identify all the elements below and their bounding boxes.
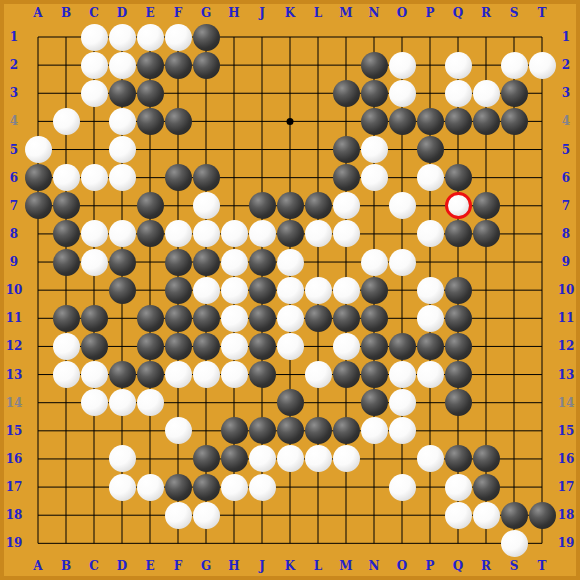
- stone-black-L15: [305, 417, 332, 444]
- stone-black-F10: [165, 277, 192, 304]
- col-label-top-S: S: [502, 5, 526, 21]
- col-label-top-N: N: [362, 5, 386, 21]
- stone-black-K14: [277, 389, 304, 416]
- stone-white-P16: [417, 445, 444, 472]
- stone-white-D4: [109, 108, 136, 135]
- stone-white-F1: [165, 24, 192, 51]
- col-label-top-D: D: [110, 5, 134, 21]
- col-label-top-J: J: [250, 5, 274, 21]
- stone-white-J17: [249, 474, 276, 501]
- stone-black-B11: [53, 305, 80, 332]
- stone-white-O9: [389, 249, 416, 276]
- stone-black-J11: [249, 305, 276, 332]
- col-label-top-P: P: [418, 5, 442, 21]
- stone-black-Q14: [445, 389, 472, 416]
- stone-white-L10: [305, 277, 332, 304]
- col-label-top-E: E: [138, 5, 162, 21]
- row-label-right-12: 12: [554, 338, 578, 354]
- col-label-top-A: A: [26, 5, 50, 21]
- stone-white-F18: [165, 502, 192, 529]
- stone-black-N2: [361, 52, 388, 79]
- stone-white-F8: [165, 220, 192, 247]
- row-label-right-3: 3: [554, 85, 578, 101]
- stone-black-G2: [193, 52, 220, 79]
- col-label-top-H: H: [222, 5, 246, 21]
- stone-black-J9: [249, 249, 276, 276]
- stone-white-Q2: [445, 52, 472, 79]
- stone-black-C11: [81, 305, 108, 332]
- stone-white-L16: [305, 445, 332, 472]
- stone-black-Q11: [445, 305, 472, 332]
- stone-white-H11: [221, 305, 248, 332]
- stone-white-K16: [277, 445, 304, 472]
- stone-black-R16: [473, 445, 500, 472]
- row-label-left-11: 11: [2, 310, 26, 326]
- stone-black-C12: [81, 333, 108, 360]
- row-label-left-10: 10: [2, 282, 26, 298]
- stone-black-F2: [165, 52, 192, 79]
- stone-black-O4: [389, 108, 416, 135]
- stone-black-A7: [25, 192, 52, 219]
- row-label-right-1: 1: [554, 29, 578, 45]
- stone-white-J8: [249, 220, 276, 247]
- stone-white-O17: [389, 474, 416, 501]
- stone-white-O13: [389, 361, 416, 388]
- col-label-bottom-P: P: [418, 558, 442, 574]
- stone-black-Q10: [445, 277, 472, 304]
- stone-white-D6: [109, 164, 136, 191]
- row-label-right-6: 6: [554, 170, 578, 186]
- stone-white-L13: [305, 361, 332, 388]
- stone-black-K15: [277, 417, 304, 444]
- col-label-top-M: M: [334, 5, 358, 21]
- row-label-right-14: 14: [554, 395, 578, 411]
- col-label-bottom-L: L: [306, 558, 330, 574]
- stone-black-K8: [277, 220, 304, 247]
- row-label-left-6: 6: [2, 170, 26, 186]
- stone-white-N6: [361, 164, 388, 191]
- stone-black-N4: [361, 108, 388, 135]
- stone-white-C14: [81, 389, 108, 416]
- stone-white-D2: [109, 52, 136, 79]
- stone-black-G11: [193, 305, 220, 332]
- col-label-bottom-T: T: [530, 558, 554, 574]
- stone-black-T18: [529, 502, 556, 529]
- row-label-right-16: 16: [554, 451, 578, 467]
- row-label-right-11: 11: [554, 310, 578, 326]
- stone-black-E11: [137, 305, 164, 332]
- stone-white-K12: [277, 333, 304, 360]
- stone-black-F6: [165, 164, 192, 191]
- row-label-left-13: 13: [2, 367, 26, 383]
- row-label-left-7: 7: [2, 198, 26, 214]
- stone-black-M15: [333, 417, 360, 444]
- stone-black-E13: [137, 361, 164, 388]
- stone-black-N14: [361, 389, 388, 416]
- stone-white-S2: [501, 52, 528, 79]
- stone-white-R3: [473, 80, 500, 107]
- row-label-right-9: 9: [554, 254, 578, 270]
- stone-white-C3: [81, 80, 108, 107]
- stone-white-S19: [501, 530, 528, 557]
- col-label-bottom-H: H: [222, 558, 246, 574]
- row-label-left-16: 16: [2, 451, 26, 467]
- stone-black-G16: [193, 445, 220, 472]
- col-label-bottom-R: R: [474, 558, 498, 574]
- col-label-bottom-C: C: [82, 558, 106, 574]
- stone-black-B9: [53, 249, 80, 276]
- col-label-bottom-K: K: [278, 558, 302, 574]
- stone-black-P5: [417, 136, 444, 163]
- stone-white-G18: [193, 502, 220, 529]
- stone-black-N13: [361, 361, 388, 388]
- row-label-left-8: 8: [2, 226, 26, 242]
- stone-black-E7: [137, 192, 164, 219]
- row-label-left-5: 5: [2, 142, 26, 158]
- stone-white-P11: [417, 305, 444, 332]
- stone-black-E2: [137, 52, 164, 79]
- stone-white-N5: [361, 136, 388, 163]
- stone-black-J12: [249, 333, 276, 360]
- marked-stone-white-Q7: [445, 192, 472, 219]
- stone-white-B13: [53, 361, 80, 388]
- stone-black-B8: [53, 220, 80, 247]
- row-label-left-15: 15: [2, 423, 26, 439]
- col-label-top-R: R: [474, 5, 498, 21]
- stone-white-B12: [53, 333, 80, 360]
- stone-white-D16: [109, 445, 136, 472]
- stone-black-F4: [165, 108, 192, 135]
- stone-black-D10: [109, 277, 136, 304]
- row-label-right-8: 8: [554, 226, 578, 242]
- row-label-left-18: 18: [2, 507, 26, 523]
- stone-black-Q13: [445, 361, 472, 388]
- stone-black-H16: [221, 445, 248, 472]
- stone-white-O3: [389, 80, 416, 107]
- stone-black-E4: [137, 108, 164, 135]
- col-label-top-F: F: [166, 5, 190, 21]
- stone-black-G17: [193, 474, 220, 501]
- stone-black-G6: [193, 164, 220, 191]
- goban[interactable]: AABBCCDDEEFFGGHHJJKKLLMMNNOOPPQQRRSSTT11…: [0, 0, 580, 580]
- col-label-top-C: C: [82, 5, 106, 21]
- row-label-right-19: 19: [554, 535, 578, 551]
- stone-black-F11: [165, 305, 192, 332]
- stone-black-N10: [361, 277, 388, 304]
- stone-white-B6: [53, 164, 80, 191]
- row-label-right-10: 10: [554, 282, 578, 298]
- stone-white-O2: [389, 52, 416, 79]
- stone-white-C6: [81, 164, 108, 191]
- row-label-right-17: 17: [554, 479, 578, 495]
- stone-black-G12: [193, 333, 220, 360]
- stone-black-B7: [53, 192, 80, 219]
- stone-black-M3: [333, 80, 360, 107]
- stone-black-P4: [417, 108, 444, 135]
- row-label-left-3: 3: [2, 85, 26, 101]
- row-label-right-18: 18: [554, 507, 578, 523]
- stone-black-L11: [305, 305, 332, 332]
- col-label-top-Q: Q: [446, 5, 470, 21]
- stone-black-J15: [249, 417, 276, 444]
- star-point: [287, 118, 294, 125]
- stone-black-M13: [333, 361, 360, 388]
- col-label-top-O: O: [390, 5, 414, 21]
- stone-black-F9: [165, 249, 192, 276]
- stone-black-P12: [417, 333, 444, 360]
- stone-black-M11: [333, 305, 360, 332]
- row-label-left-12: 12: [2, 338, 26, 354]
- stone-black-F12: [165, 333, 192, 360]
- col-label-bottom-E: E: [138, 558, 162, 574]
- stone-white-H13: [221, 361, 248, 388]
- stone-white-B4: [53, 108, 80, 135]
- stone-white-P8: [417, 220, 444, 247]
- stone-black-O12: [389, 333, 416, 360]
- stone-white-H17: [221, 474, 248, 501]
- stone-white-H8: [221, 220, 248, 247]
- stone-black-R17: [473, 474, 500, 501]
- stone-black-M5: [333, 136, 360, 163]
- stone-black-H15: [221, 417, 248, 444]
- stone-black-R8: [473, 220, 500, 247]
- stone-black-E3: [137, 80, 164, 107]
- stone-white-C1: [81, 24, 108, 51]
- stone-white-C13: [81, 361, 108, 388]
- stone-white-L8: [305, 220, 332, 247]
- stone-black-G1: [193, 24, 220, 51]
- col-label-top-T: T: [530, 5, 554, 21]
- col-label-top-L: L: [306, 5, 330, 21]
- stone-white-E1: [137, 24, 164, 51]
- col-label-bottom-N: N: [362, 558, 386, 574]
- stone-white-K10: [277, 277, 304, 304]
- stone-black-K7: [277, 192, 304, 219]
- col-label-bottom-F: F: [166, 558, 190, 574]
- row-label-right-7: 7: [554, 198, 578, 214]
- stone-black-S18: [501, 502, 528, 529]
- stone-black-Q6: [445, 164, 472, 191]
- row-label-left-17: 17: [2, 479, 26, 495]
- stone-white-G10: [193, 277, 220, 304]
- stone-white-G13: [193, 361, 220, 388]
- col-label-bottom-S: S: [502, 558, 526, 574]
- stone-white-Q3: [445, 80, 472, 107]
- stone-white-F13: [165, 361, 192, 388]
- col-label-bottom-Q: Q: [446, 558, 470, 574]
- row-label-right-5: 5: [554, 142, 578, 158]
- stone-white-P13: [417, 361, 444, 388]
- stone-white-D5: [109, 136, 136, 163]
- col-label-top-K: K: [278, 5, 302, 21]
- stone-white-M10: [333, 277, 360, 304]
- stone-white-O7: [389, 192, 416, 219]
- stone-white-P10: [417, 277, 444, 304]
- stone-black-D13: [109, 361, 136, 388]
- col-label-bottom-D: D: [110, 558, 134, 574]
- stone-white-N9: [361, 249, 388, 276]
- stone-black-S4: [501, 108, 528, 135]
- stone-white-R18: [473, 502, 500, 529]
- row-label-left-9: 9: [2, 254, 26, 270]
- stone-white-D14: [109, 389, 136, 416]
- stone-white-H10: [221, 277, 248, 304]
- stone-black-D3: [109, 80, 136, 107]
- stone-white-H9: [221, 249, 248, 276]
- stone-white-T2: [529, 52, 556, 79]
- stone-white-E14: [137, 389, 164, 416]
- stone-white-H12: [221, 333, 248, 360]
- stone-white-E17: [137, 474, 164, 501]
- col-label-bottom-M: M: [334, 558, 358, 574]
- stone-white-M7: [333, 192, 360, 219]
- row-label-left-14: 14: [2, 395, 26, 411]
- row-label-right-2: 2: [554, 57, 578, 73]
- stone-white-K9: [277, 249, 304, 276]
- stone-white-M8: [333, 220, 360, 247]
- row-label-left-19: 19: [2, 535, 26, 551]
- col-label-bottom-J: J: [250, 558, 274, 574]
- stone-white-A5: [25, 136, 52, 163]
- stone-black-J7: [249, 192, 276, 219]
- row-label-left-4: 4: [2, 113, 26, 129]
- stone-black-S3: [501, 80, 528, 107]
- stone-black-N11: [361, 305, 388, 332]
- row-label-left-1: 1: [2, 29, 26, 45]
- stone-white-C9: [81, 249, 108, 276]
- stone-white-D8: [109, 220, 136, 247]
- stone-white-G7: [193, 192, 220, 219]
- row-label-right-15: 15: [554, 423, 578, 439]
- row-label-right-13: 13: [554, 367, 578, 383]
- stone-black-A6: [25, 164, 52, 191]
- stone-black-E12: [137, 333, 164, 360]
- stone-white-F15: [165, 417, 192, 444]
- stone-black-Q16: [445, 445, 472, 472]
- col-label-bottom-O: O: [390, 558, 414, 574]
- col-label-bottom-A: A: [26, 558, 50, 574]
- stone-white-Q18: [445, 502, 472, 529]
- col-label-bottom-G: G: [194, 558, 218, 574]
- stone-black-R7: [473, 192, 500, 219]
- stone-black-R4: [473, 108, 500, 135]
- stone-white-P6: [417, 164, 444, 191]
- stone-white-M16: [333, 445, 360, 472]
- stone-black-E8: [137, 220, 164, 247]
- stone-black-D9: [109, 249, 136, 276]
- stone-white-C2: [81, 52, 108, 79]
- row-label-right-4: 4: [554, 113, 578, 129]
- stone-white-D17: [109, 474, 136, 501]
- stone-white-Q17: [445, 474, 472, 501]
- col-label-top-G: G: [194, 5, 218, 21]
- stone-black-Q4: [445, 108, 472, 135]
- stone-black-N12: [361, 333, 388, 360]
- stone-white-N15: [361, 417, 388, 444]
- stone-black-Q8: [445, 220, 472, 247]
- row-label-left-2: 2: [2, 57, 26, 73]
- stone-white-G8: [193, 220, 220, 247]
- stone-black-J10: [249, 277, 276, 304]
- stone-black-G9: [193, 249, 220, 276]
- stone-black-F17: [165, 474, 192, 501]
- stone-white-O14: [389, 389, 416, 416]
- col-label-top-B: B: [54, 5, 78, 21]
- stone-white-D1: [109, 24, 136, 51]
- stone-white-K11: [277, 305, 304, 332]
- col-label-bottom-B: B: [54, 558, 78, 574]
- stone-black-J13: [249, 361, 276, 388]
- stone-black-Q12: [445, 333, 472, 360]
- stone-black-L7: [305, 192, 332, 219]
- stone-black-N3: [361, 80, 388, 107]
- stone-white-C8: [81, 220, 108, 247]
- stone-white-J16: [249, 445, 276, 472]
- stone-white-O15: [389, 417, 416, 444]
- stone-white-M12: [333, 333, 360, 360]
- stone-black-M6: [333, 164, 360, 191]
